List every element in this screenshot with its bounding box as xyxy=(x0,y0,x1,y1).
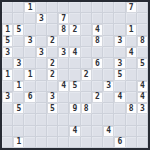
clue-cell-r3c6[interactable]: 8 xyxy=(58,24,69,35)
clue-cell-r9c11[interactable]: 4 xyxy=(114,92,125,103)
cell-r12c6[interactable] xyxy=(58,126,69,137)
cell-r1c7[interactable] xyxy=(69,2,80,13)
cell-r8c11[interactable] xyxy=(114,81,125,92)
cell-r9c6[interactable] xyxy=(58,92,69,103)
cell-r11c5[interactable] xyxy=(47,114,58,125)
clue-cell-r13c2[interactable]: 1 xyxy=(13,137,24,148)
cell-r12c1[interactable] xyxy=(2,126,13,137)
cell-r4c7[interactable] xyxy=(69,36,80,47)
clue-cell-r7c3[interactable]: 1 xyxy=(24,69,35,80)
cell-r2c3[interactable] xyxy=(24,13,35,24)
clue-cell-r6c5[interactable]: 2 xyxy=(47,58,58,69)
clue-cell-r3c1[interactable]: 1 xyxy=(2,24,13,35)
clue-cell-r4c9[interactable]: 8 xyxy=(92,36,103,47)
cell-r9c4[interactable] xyxy=(36,92,47,103)
cell-r8c1[interactable] xyxy=(2,81,13,92)
cell-r2c12[interactable] xyxy=(126,13,137,24)
cell-r11c12[interactable] xyxy=(126,114,137,125)
cell-r13c3[interactable] xyxy=(24,137,35,148)
cell-r2c8[interactable] xyxy=(81,13,92,24)
cell-r7c13[interactable] xyxy=(137,69,148,80)
cell-r6c12[interactable] xyxy=(126,58,137,69)
cell-r4c6[interactable] xyxy=(58,36,69,47)
cell-r13c6[interactable] xyxy=(58,137,69,148)
clue-cell-r10c12[interactable]: 8 xyxy=(126,103,137,114)
clue-cell-r4c13[interactable]: 8 xyxy=(137,36,148,47)
clue-cell-r5c12[interactable]: 4 xyxy=(126,47,137,58)
clue-cell-r8c6[interactable]: 4 xyxy=(58,81,69,92)
cell-r12c4[interactable] xyxy=(36,126,47,137)
cell-r7c12[interactable] xyxy=(126,69,137,80)
cell-r2c10[interactable] xyxy=(103,13,114,24)
clue-cell-r2c4[interactable]: 3 xyxy=(36,13,47,24)
cell-r1c8[interactable] xyxy=(81,2,92,13)
cell-r12c11[interactable] xyxy=(114,126,125,137)
clue-cell-r3c12[interactable]: 1 xyxy=(126,24,137,35)
clue-cell-r7c8[interactable]: 2 xyxy=(81,69,92,80)
clue-cell-r3c9[interactable]: 4 xyxy=(92,24,103,35)
cell-r13c7[interactable] xyxy=(69,137,80,148)
cell-r7c4[interactable] xyxy=(36,69,47,80)
cell-r12c13[interactable] xyxy=(137,126,148,137)
cell-r3c10[interactable] xyxy=(103,24,114,35)
cell-r13c12[interactable] xyxy=(126,137,137,148)
cell-r1c9[interactable] xyxy=(92,2,103,13)
cell-r11c7[interactable] xyxy=(69,114,80,125)
cell-r13c4[interactable] xyxy=(36,137,47,148)
cell-r3c8[interactable] xyxy=(81,24,92,35)
clue-cell-r6c9[interactable]: 6 xyxy=(92,58,103,69)
cell-r7c6[interactable] xyxy=(58,69,69,80)
cell-r1c11[interactable] xyxy=(114,2,125,13)
cell-r4c10[interactable] xyxy=(103,36,114,47)
cell-r3c11[interactable] xyxy=(114,24,125,35)
cell-r10c1[interactable] xyxy=(2,103,13,114)
cell-r10c9[interactable] xyxy=(92,103,103,114)
cell-r12c8[interactable] xyxy=(81,126,92,137)
clue-cell-r12c7[interactable]: 4 xyxy=(69,126,80,137)
cell-r12c3[interactable] xyxy=(24,126,35,137)
puzzle-board: 1737158241532838333443263511225145343632… xyxy=(0,0,150,150)
clue-cell-r9c13[interactable]: 4 xyxy=(137,92,148,103)
clue-cell-r9c5[interactable]: 3 xyxy=(47,92,58,103)
cell-r5c8[interactable] xyxy=(81,47,92,58)
clue-cell-r6c13[interactable]: 5 xyxy=(137,58,148,69)
clue-cell-r5c1[interactable]: 3 xyxy=(2,47,13,58)
clue-cell-r4c5[interactable]: 2 xyxy=(47,36,58,47)
cell-r4c12[interactable] xyxy=(126,36,137,47)
cell-r3c5[interactable] xyxy=(47,24,58,35)
clue-cell-r4c11[interactable]: 3 xyxy=(114,36,125,47)
cell-r1c5[interactable] xyxy=(47,2,58,13)
cell-r8c9[interactable] xyxy=(92,81,103,92)
clue-cell-r7c5[interactable]: 2 xyxy=(47,69,58,80)
clue-cell-r10c13[interactable]: 3 xyxy=(137,103,148,114)
cell-r2c9[interactable] xyxy=(92,13,103,24)
cell-r10c4[interactable] xyxy=(36,103,47,114)
cell-r12c9[interactable] xyxy=(92,126,103,137)
clue-cell-r4c3[interactable]: 3 xyxy=(24,36,35,47)
cell-r2c1[interactable] xyxy=(2,13,13,24)
clue-cell-r6c11[interactable]: 3 xyxy=(114,58,125,69)
clue-cell-r3c2[interactable]: 5 xyxy=(13,24,24,35)
cell-r11c6[interactable] xyxy=(58,114,69,125)
cell-r2c13[interactable] xyxy=(137,13,148,24)
clue-cell-r7c11[interactable]: 5 xyxy=(114,69,125,80)
cell-r6c3[interactable] xyxy=(24,58,35,69)
clue-cell-r5c6[interactable]: 3 xyxy=(58,47,69,58)
clue-cell-r2c6[interactable]: 7 xyxy=(58,13,69,24)
cell-r3c13[interactable] xyxy=(137,24,148,35)
cell-r1c13[interactable] xyxy=(137,2,148,13)
cell-r4c2[interactable] xyxy=(13,36,24,47)
cell-r3c3[interactable] xyxy=(24,24,35,35)
cell-r6c1[interactable] xyxy=(2,58,13,69)
clue-cell-r10c7[interactable]: 9 xyxy=(69,103,80,114)
cell-r8c5[interactable] xyxy=(47,81,58,92)
cell-r5c9[interactable] xyxy=(92,47,103,58)
cell-r11c13[interactable] xyxy=(137,114,148,125)
cell-r9c2[interactable] xyxy=(13,92,24,103)
cell-r7c7[interactable] xyxy=(69,69,80,80)
cell-r11c1[interactable] xyxy=(2,114,13,125)
cell-r13c1[interactable] xyxy=(2,137,13,148)
cell-r8c12[interactable] xyxy=(126,81,137,92)
clue-cell-r10c5[interactable]: 5 xyxy=(47,103,58,114)
cell-r12c2[interactable] xyxy=(13,126,24,137)
clue-cell-r13c11[interactable]: 6 xyxy=(114,137,125,148)
cell-r11c11[interactable] xyxy=(114,114,125,125)
cell-r5c10[interactable] xyxy=(103,47,114,58)
clue-cell-r9c3[interactable]: 6 xyxy=(24,92,35,103)
cell-r7c2[interactable] xyxy=(13,69,24,80)
cell-r9c10[interactable] xyxy=(103,92,114,103)
cell-r6c10[interactable] xyxy=(103,58,114,69)
cell-r13c8[interactable] xyxy=(81,137,92,148)
clue-cell-r10c8[interactable]: 8 xyxy=(81,103,92,114)
clue-cell-r8c10[interactable]: 3 xyxy=(103,81,114,92)
cell-r9c12[interactable] xyxy=(126,92,137,103)
cell-r6c6[interactable] xyxy=(58,58,69,69)
cell-r13c5[interactable] xyxy=(47,137,58,148)
cell-r11c4[interactable] xyxy=(36,114,47,125)
cell-r8c3[interactable] xyxy=(24,81,35,92)
clue-cell-r12c10[interactable]: 4 xyxy=(103,126,114,137)
clue-cell-r5c4[interactable]: 3 xyxy=(36,47,47,58)
cell-r8c8[interactable] xyxy=(81,81,92,92)
cell-r5c13[interactable] xyxy=(137,47,148,58)
cell-r5c11[interactable] xyxy=(114,47,125,58)
clue-cell-r3c7[interactable]: 2 xyxy=(69,24,80,35)
cell-r4c4[interactable] xyxy=(36,36,47,47)
cell-r13c10[interactable] xyxy=(103,137,114,148)
clue-cell-r7c1[interactable]: 1 xyxy=(2,69,13,80)
cell-r12c5[interactable] xyxy=(47,126,58,137)
cell-r9c8[interactable] xyxy=(81,92,92,103)
clue-cell-r8c2[interactable]: 1 xyxy=(13,81,24,92)
cell-r9c7[interactable] xyxy=(69,92,80,103)
cell-r2c5[interactable] xyxy=(47,13,58,24)
cell-r1c4[interactable] xyxy=(36,2,47,13)
cell-r11c10[interactable] xyxy=(103,114,114,125)
cell-r10c6[interactable] xyxy=(58,103,69,114)
cell-r8c4[interactable] xyxy=(36,81,47,92)
cell-r10c11[interactable] xyxy=(114,103,125,114)
cell-r6c4[interactable] xyxy=(36,58,47,69)
cell-r11c3[interactable] xyxy=(24,114,35,125)
cell-r1c10[interactable] xyxy=(103,2,114,13)
clue-cell-r1c12[interactable]: 7 xyxy=(126,2,137,13)
cell-r7c10[interactable] xyxy=(103,69,114,80)
cell-r6c7[interactable] xyxy=(69,58,80,69)
cell-r12c12[interactable] xyxy=(126,126,137,137)
cell-r1c6[interactable] xyxy=(58,2,69,13)
cell-r10c10[interactable] xyxy=(103,103,114,114)
cell-r13c13[interactable] xyxy=(137,137,148,148)
cell-r6c8[interactable] xyxy=(81,58,92,69)
cell-r2c11[interactable] xyxy=(114,13,125,24)
clue-cell-r10c2[interactable]: 5 xyxy=(13,103,24,114)
cell-r11c8[interactable] xyxy=(81,114,92,125)
cell-r13c9[interactable] xyxy=(92,137,103,148)
clue-cell-r8c13[interactable]: 4 xyxy=(137,81,148,92)
cell-r5c5[interactable] xyxy=(47,47,58,58)
cell-r11c9[interactable] xyxy=(92,114,103,125)
cell-r1c2[interactable] xyxy=(13,2,24,13)
cell-r10c3[interactable] xyxy=(24,103,35,114)
cell-r2c7[interactable] xyxy=(69,13,80,24)
cell-r2c2[interactable] xyxy=(13,13,24,24)
clue-cell-r9c9[interactable]: 2 xyxy=(92,92,103,103)
cell-r5c3[interactable] xyxy=(24,47,35,58)
cell-r5c2[interactable] xyxy=(13,47,24,58)
cell-r1c1[interactable] xyxy=(2,2,13,13)
cell-r7c9[interactable] xyxy=(92,69,103,80)
cell-r11c2[interactable] xyxy=(13,114,24,125)
cell-r3c4[interactable] xyxy=(36,24,47,35)
clue-cell-r5c7[interactable]: 4 xyxy=(69,47,80,58)
clue-cell-r8c7[interactable]: 5 xyxy=(69,81,80,92)
clue-cell-r6c2[interactable]: 3 xyxy=(13,58,24,69)
clue-cell-r1c3[interactable]: 1 xyxy=(24,2,35,13)
clue-cell-r4c1[interactable]: 5 xyxy=(2,36,13,47)
cell-r4c8[interactable] xyxy=(81,36,92,47)
clue-cell-r9c1[interactable]: 3 xyxy=(2,92,13,103)
